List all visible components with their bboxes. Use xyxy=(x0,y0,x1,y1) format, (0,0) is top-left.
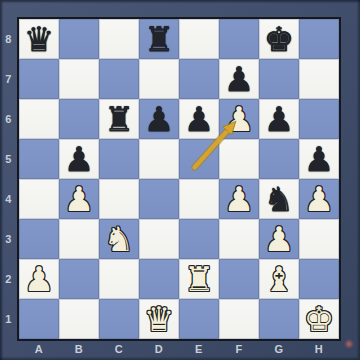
square-e4[interactable] xyxy=(179,179,219,219)
white-pawn[interactable]: ♟ xyxy=(19,259,59,299)
file-label-b: B xyxy=(59,339,99,358)
black-pawn[interactable]: ♟ xyxy=(259,99,299,139)
square-h5[interactable]: ♟ xyxy=(299,139,339,179)
file-label-g: G xyxy=(259,339,299,358)
square-c8[interactable] xyxy=(99,19,139,59)
square-c2[interactable] xyxy=(99,259,139,299)
black-pawn[interactable]: ♟ xyxy=(219,59,259,99)
square-g7[interactable] xyxy=(259,59,299,99)
square-g6[interactable]: ♟ xyxy=(259,99,299,139)
file-label-d: D xyxy=(139,339,179,358)
square-f7[interactable]: ♟ xyxy=(219,59,259,99)
square-b1[interactable] xyxy=(59,299,99,339)
square-a8[interactable]: ♛ xyxy=(19,19,59,59)
square-c6[interactable]: ♜ xyxy=(99,99,139,139)
square-g8[interactable]: ♚ xyxy=(259,19,299,59)
square-f8[interactable] xyxy=(219,19,259,59)
black-pawn[interactable]: ♟ xyxy=(179,99,219,139)
square-a5[interactable] xyxy=(19,139,59,179)
file-label-h: H xyxy=(299,339,339,358)
square-a3[interactable] xyxy=(19,219,59,259)
black-pawn[interactable]: ♟ xyxy=(139,99,179,139)
rank-label-3: 3 xyxy=(0,219,17,259)
square-f3[interactable] xyxy=(219,219,259,259)
square-b4[interactable]: ♟ xyxy=(59,179,99,219)
square-d5[interactable] xyxy=(139,139,179,179)
square-f4[interactable]: ♟ xyxy=(219,179,259,219)
square-d2[interactable] xyxy=(139,259,179,299)
square-d7[interactable] xyxy=(139,59,179,99)
square-h4[interactable]: ♟ xyxy=(299,179,339,219)
black-rook[interactable]: ♜ xyxy=(99,99,139,139)
square-g3[interactable]: ♟ xyxy=(259,219,299,259)
white-rook[interactable]: ♜ xyxy=(179,259,219,299)
square-c3[interactable]: ♞ xyxy=(99,219,139,259)
square-g2[interactable]: ♝ xyxy=(259,259,299,299)
square-e5[interactable] xyxy=(179,139,219,179)
rank-label-5: 5 xyxy=(0,139,17,179)
square-a6[interactable] xyxy=(19,99,59,139)
file-label-e: E xyxy=(179,339,219,358)
rank-label-6: 6 xyxy=(0,99,17,139)
square-h6[interactable] xyxy=(299,99,339,139)
chess-board-frame: ♛♜♚♟♜♟♟♟♟♟♟♟♟♞♟♞♟♟♜♝♛♚ 87654321ABCDEFGH xyxy=(0,0,360,360)
white-king[interactable]: ♚ xyxy=(299,299,339,339)
square-e8[interactable] xyxy=(179,19,219,59)
square-d8[interactable]: ♜ xyxy=(139,19,179,59)
square-b8[interactable] xyxy=(59,19,99,59)
square-a4[interactable] xyxy=(19,179,59,219)
white-pawn[interactable]: ♟ xyxy=(219,179,259,219)
file-label-f: F xyxy=(219,339,259,358)
square-b3[interactable] xyxy=(59,219,99,259)
white-pawn[interactable]: ♟ xyxy=(59,179,99,219)
square-h2[interactable] xyxy=(299,259,339,299)
white-queen[interactable]: ♛ xyxy=(139,299,179,339)
square-g1[interactable] xyxy=(259,299,299,339)
square-a1[interactable] xyxy=(19,299,59,339)
board-outline: ♛♜♚♟♜♟♟♟♟♟♟♟♟♞♟♞♟♟♜♝♛♚ xyxy=(17,17,341,341)
square-c7[interactable] xyxy=(99,59,139,99)
rank-label-8: 8 xyxy=(0,19,17,59)
square-h8[interactable] xyxy=(299,19,339,59)
black-king[interactable]: ♚ xyxy=(259,19,299,59)
square-d4[interactable] xyxy=(139,179,179,219)
square-b6[interactable] xyxy=(59,99,99,139)
square-d6[interactable]: ♟ xyxy=(139,99,179,139)
square-g5[interactable] xyxy=(259,139,299,179)
white-knight[interactable]: ♞ xyxy=(99,219,139,259)
file-label-a: A xyxy=(19,339,59,358)
square-h7[interactable] xyxy=(299,59,339,99)
square-a7[interactable] xyxy=(19,59,59,99)
square-f6[interactable]: ♟ xyxy=(219,99,259,139)
square-h3[interactable] xyxy=(299,219,339,259)
black-queen[interactable]: ♛ xyxy=(19,19,59,59)
square-f2[interactable] xyxy=(219,259,259,299)
watermark-dot-icon xyxy=(344,339,354,349)
square-h1[interactable]: ♚ xyxy=(299,299,339,339)
rank-label-1: 1 xyxy=(0,299,17,339)
square-f1[interactable] xyxy=(219,299,259,339)
square-d1[interactable]: ♛ xyxy=(139,299,179,339)
square-e1[interactable] xyxy=(179,299,219,339)
square-g4[interactable]: ♞ xyxy=(259,179,299,219)
square-c4[interactable] xyxy=(99,179,139,219)
white-pawn[interactable]: ♟ xyxy=(259,219,299,259)
square-e3[interactable] xyxy=(179,219,219,259)
rank-label-7: 7 xyxy=(0,59,17,99)
square-f5[interactable] xyxy=(219,139,259,179)
rank-label-4: 4 xyxy=(0,179,17,219)
square-d3[interactable] xyxy=(139,219,179,259)
black-knight[interactable]: ♞ xyxy=(259,179,299,219)
square-b5[interactable]: ♟ xyxy=(59,139,99,179)
rank-label-2: 2 xyxy=(0,259,17,299)
square-b2[interactable] xyxy=(59,259,99,299)
square-a2[interactable]: ♟ xyxy=(19,259,59,299)
square-c1[interactable] xyxy=(99,299,139,339)
square-e7[interactable] xyxy=(179,59,219,99)
black-pawn[interactable]: ♟ xyxy=(299,139,339,179)
white-bishop[interactable]: ♝ xyxy=(259,259,299,299)
square-e2[interactable]: ♜ xyxy=(179,259,219,299)
file-label-c: C xyxy=(99,339,139,358)
black-pawn[interactable]: ♟ xyxy=(59,139,99,179)
white-pawn[interactable]: ♟ xyxy=(219,99,259,139)
chess-board: ♛♜♚♟♜♟♟♟♟♟♟♟♟♞♟♞♟♟♜♝♛♚ xyxy=(19,19,339,339)
white-pawn[interactable]: ♟ xyxy=(299,179,339,219)
square-c5[interactable] xyxy=(99,139,139,179)
square-e6[interactable]: ♟ xyxy=(179,99,219,139)
square-b7[interactable] xyxy=(59,59,99,99)
black-rook[interactable]: ♜ xyxy=(139,19,179,59)
